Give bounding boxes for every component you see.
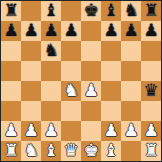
black-knight-piece[interactable]: ♞ — [123, 1, 138, 20]
square-a5[interactable] — [1, 61, 21, 81]
square-g3[interactable] — [121, 101, 141, 121]
black-bishop-piece[interactable]: ♝ — [103, 1, 118, 20]
black-pawn-piece[interactable]: ♟ — [103, 21, 118, 40]
black-bishop-piece[interactable]: ♝ — [43, 1, 58, 20]
chess-board-frame: ♜♝♚♝♞♜♟♟♟♟♟♟♟♞♞♟♛♟♟♟♟♟♟♜♞♝♛♚♝♜ — [0, 0, 162, 162]
white-queen-piece[interactable]: ♛ — [63, 141, 78, 160]
square-b2[interactable]: ♟ — [21, 121, 41, 141]
square-a3[interactable] — [1, 101, 21, 121]
white-bishop-piece[interactable]: ♝ — [43, 141, 58, 160]
square-c5[interactable] — [41, 61, 61, 81]
square-b1[interactable]: ♞ — [21, 141, 41, 161]
square-e7[interactable] — [81, 21, 101, 41]
white-pawn-piece[interactable]: ♟ — [3, 121, 18, 140]
square-a7[interactable]: ♟ — [1, 21, 21, 41]
square-d4[interactable]: ♞ — [61, 81, 81, 101]
square-h1[interactable]: ♜ — [141, 141, 161, 161]
square-h4[interactable]: ♛ — [141, 81, 161, 101]
square-e8[interactable]: ♚ — [81, 1, 101, 21]
square-g4[interactable] — [121, 81, 141, 101]
square-f1[interactable]: ♝ — [101, 141, 121, 161]
white-pawn-piece[interactable]: ♟ — [103, 121, 118, 140]
black-pawn-piece[interactable]: ♟ — [123, 21, 138, 40]
black-knight-piece[interactable]: ♞ — [43, 41, 58, 60]
square-e4[interactable]: ♟ — [81, 81, 101, 101]
square-c4[interactable] — [41, 81, 61, 101]
square-c2[interactable]: ♟ — [41, 121, 61, 141]
square-f7[interactable]: ♟ — [101, 21, 121, 41]
white-pawn-piece[interactable]: ♟ — [43, 121, 58, 140]
square-g6[interactable] — [121, 41, 141, 61]
black-pawn-piece[interactable]: ♟ — [43, 21, 58, 40]
square-d5[interactable] — [61, 61, 81, 81]
white-bishop-piece[interactable]: ♝ — [103, 141, 118, 160]
black-pawn-piece[interactable]: ♟ — [63, 21, 78, 40]
square-a2[interactable]: ♟ — [1, 121, 21, 141]
white-king-piece[interactable]: ♚ — [83, 141, 98, 160]
white-knight-piece[interactable]: ♞ — [23, 141, 38, 160]
white-knight-piece[interactable]: ♞ — [63, 81, 78, 100]
white-pawn-piece[interactable]: ♟ — [23, 121, 38, 140]
black-pawn-piece[interactable]: ♟ — [143, 21, 158, 40]
black-king-piece[interactable]: ♚ — [83, 1, 98, 20]
square-h2[interactable]: ♟ — [141, 121, 161, 141]
square-c8[interactable]: ♝ — [41, 1, 61, 21]
square-b7[interactable]: ♟ — [21, 21, 41, 41]
square-e2[interactable] — [81, 121, 101, 141]
square-h6[interactable] — [141, 41, 161, 61]
square-a6[interactable] — [1, 41, 21, 61]
black-pawn-piece[interactable]: ♟ — [3, 21, 18, 40]
black-rook-piece[interactable]: ♜ — [3, 1, 18, 20]
square-e5[interactable] — [81, 61, 101, 81]
square-a4[interactable] — [1, 81, 21, 101]
square-b6[interactable] — [21, 41, 41, 61]
square-f6[interactable] — [101, 41, 121, 61]
white-pawn-piece[interactable]: ♟ — [143, 121, 158, 140]
square-b4[interactable] — [21, 81, 41, 101]
square-d3[interactable] — [61, 101, 81, 121]
square-h3[interactable] — [141, 101, 161, 121]
square-c6[interactable]: ♞ — [41, 41, 61, 61]
square-h7[interactable]: ♟ — [141, 21, 161, 41]
square-b5[interactable] — [21, 61, 41, 81]
square-e6[interactable] — [81, 41, 101, 61]
square-d1[interactable]: ♛ — [61, 141, 81, 161]
square-e1[interactable]: ♚ — [81, 141, 101, 161]
square-f3[interactable] — [101, 101, 121, 121]
square-c7[interactable]: ♟ — [41, 21, 61, 41]
square-g7[interactable]: ♟ — [121, 21, 141, 41]
square-f5[interactable] — [101, 61, 121, 81]
square-c1[interactable]: ♝ — [41, 141, 61, 161]
square-h8[interactable]: ♜ — [141, 1, 161, 21]
square-a8[interactable]: ♜ — [1, 1, 21, 21]
square-b3[interactable] — [21, 101, 41, 121]
square-f4[interactable] — [101, 81, 121, 101]
square-d2[interactable] — [61, 121, 81, 141]
black-rook-piece[interactable]: ♜ — [143, 1, 158, 20]
square-h5[interactable] — [141, 61, 161, 81]
square-d6[interactable] — [61, 41, 81, 61]
square-d7[interactable]: ♟ — [61, 21, 81, 41]
white-pawn-piece[interactable]: ♟ — [83, 81, 98, 100]
square-f2[interactable]: ♟ — [101, 121, 121, 141]
square-g1[interactable] — [121, 141, 141, 161]
square-g2[interactable]: ♟ — [121, 121, 141, 141]
square-e3[interactable] — [81, 101, 101, 121]
square-b8[interactable] — [21, 1, 41, 21]
square-d8[interactable] — [61, 1, 81, 21]
white-pawn-piece[interactable]: ♟ — [123, 121, 138, 140]
black-pawn-piece[interactable]: ♟ — [23, 21, 38, 40]
square-a1[interactable]: ♜ — [1, 141, 21, 161]
white-rook-piece[interactable]: ♜ — [143, 141, 158, 160]
square-c3[interactable] — [41, 101, 61, 121]
square-g8[interactable]: ♞ — [121, 1, 141, 21]
square-f8[interactable]: ♝ — [101, 1, 121, 21]
black-queen-piece[interactable]: ♛ — [143, 81, 158, 100]
square-g5[interactable] — [121, 61, 141, 81]
chess-board: ♜♝♚♝♞♜♟♟♟♟♟♟♟♞♞♟♛♟♟♟♟♟♟♜♞♝♛♚♝♜ — [1, 1, 161, 161]
white-rook-piece[interactable]: ♜ — [3, 141, 18, 160]
